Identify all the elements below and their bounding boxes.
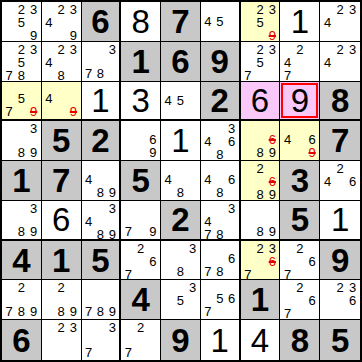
candidates: 2789 <box>3 281 40 318</box>
entered-digit: 6 <box>251 84 269 117</box>
candidates: 267 <box>122 242 159 279</box>
given-digit: 3 <box>291 164 309 197</box>
candidate-2: 2 <box>294 242 306 255</box>
entered-digit: 1 <box>211 324 229 357</box>
entered-digit: 1 <box>331 203 349 236</box>
eliminated-candidate-9: 9 <box>67 105 79 118</box>
candidates: 689 <box>242 122 279 159</box>
cell-r8c7[interactable]: 1 <box>241 280 281 320</box>
cell-r9c2[interactable]: 23 <box>42 320 82 360</box>
candidate-9: 9 <box>28 29 40 42</box>
candidate-2: 2 <box>334 281 347 294</box>
cell-r7c8[interactable]: 267 <box>280 241 320 281</box>
cell-r7c6[interactable]: 678 <box>201 241 241 281</box>
candidate-2: 2 <box>55 281 67 294</box>
cell-r9c9[interactable]: 5 <box>320 320 360 360</box>
cell-r5c6[interactable]: 468 <box>201 161 241 201</box>
cell-r3c4[interactable]: 3 <box>121 82 161 122</box>
candidates: 37 <box>83 321 119 359</box>
cell-r1c6[interactable]: 45 <box>201 2 241 42</box>
candidate-7: 7 <box>83 305 95 318</box>
candidate-8: 8 <box>94 228 106 241</box>
cell-r7c5[interactable]: 38 <box>161 241 201 281</box>
candidates: 35 <box>162 281 199 318</box>
candidate-2: 2 <box>254 242 266 255</box>
candidates: 2348 <box>43 43 80 80</box>
cell-r2c1[interactable]: 23578 <box>2 42 42 82</box>
candidates: 678 <box>202 242 238 279</box>
candidate-3: 3 <box>346 43 359 56</box>
eliminated-candidate-9: 9 <box>266 29 278 42</box>
candidate-2: 2 <box>55 3 67 16</box>
candidate-2: 2 <box>334 43 347 56</box>
candidate-7: 7 <box>3 305 15 318</box>
candidate-8: 8 <box>254 188 266 201</box>
candidates: 27 <box>122 321 159 359</box>
entered-digit: 3 <box>132 84 150 117</box>
cell-r9c1[interactable]: 6 <box>2 320 42 360</box>
cell-r3c9[interactable]: 8 <box>320 82 360 122</box>
candidates: 23 <box>43 321 80 359</box>
candidate-7: 7 <box>202 265 214 278</box>
candidate-8: 8 <box>174 186 186 199</box>
candidate-3: 3 <box>266 3 278 16</box>
candidate-5: 5 <box>174 294 186 307</box>
candidate-3: 3 <box>106 321 118 334</box>
candidate-9: 9 <box>28 225 40 238</box>
candidates: 789 <box>83 281 119 318</box>
given-digit: 6 <box>171 45 189 78</box>
candidate-3: 3 <box>67 321 79 334</box>
candidate-2: 2 <box>254 43 266 56</box>
candidate-3: 3 <box>266 43 278 56</box>
entered-digit: 6 <box>52 203 70 236</box>
candidate-9: 9 <box>106 228 118 241</box>
cell-r8c9[interactable]: 236 <box>320 280 360 320</box>
cell-r9c4[interactable]: 27 <box>121 320 161 360</box>
candidate-5: 5 <box>254 56 266 69</box>
candidate-4: 4 <box>83 173 95 186</box>
candidate-6: 6 <box>306 255 318 268</box>
candidate-3: 3 <box>28 43 40 56</box>
candidate-4: 4 <box>281 133 293 146</box>
candidates: 89 <box>242 202 279 238</box>
candidate-4: 4 <box>43 56 55 69</box>
candidate-2: 2 <box>55 43 67 56</box>
candidates: 289 <box>43 281 80 318</box>
candidate-7: 7 <box>242 268 254 281</box>
given-digit: 5 <box>91 244 109 277</box>
candidate-8: 8 <box>254 146 266 159</box>
candidate-7: 7 <box>281 307 293 320</box>
candidate-6: 6 <box>346 294 359 307</box>
candidates: 567 <box>202 281 238 318</box>
cell-r3c1[interactable]: 579 <box>2 82 42 122</box>
cell-r4c8[interactable]: 469 <box>280 121 320 161</box>
cell-r3c5[interactable]: 45 <box>161 82 201 122</box>
candidates: 389 <box>3 122 40 159</box>
candidate-8: 8 <box>15 146 27 159</box>
given-digit: 6 <box>12 324 30 357</box>
candidates: 247 <box>281 43 318 80</box>
candidates: 579 <box>3 83 40 119</box>
given-digit: 9 <box>171 324 189 357</box>
cell-r4c6[interactable]: 3468 <box>201 121 241 161</box>
candidates: 45 <box>162 83 199 119</box>
candidate-9: 9 <box>147 146 159 159</box>
candidate-6: 6 <box>226 292 238 305</box>
cell-r5c7[interactable]: 2689 <box>241 161 281 201</box>
cell-r8c6[interactable]: 567 <box>201 280 241 320</box>
candidates: 2367 <box>242 242 279 279</box>
cell-r3c2[interactable]: 49 <box>42 82 82 122</box>
cell-r8c3[interactable]: 789 <box>82 280 122 320</box>
candidate-8: 8 <box>55 305 67 318</box>
candidate-2: 2 <box>334 162 347 175</box>
cell-r6c6[interactable]: 3478 <box>201 201 241 241</box>
cell-r7c3[interactable]: 5 <box>82 241 122 281</box>
cell-r6c9[interactable]: 1 <box>320 201 360 241</box>
candidate-5: 5 <box>15 56 27 69</box>
candidate-5: 5 <box>174 94 186 107</box>
cell-r2c6[interactable]: 9 <box>201 42 241 82</box>
candidate-5: 5 <box>214 15 226 28</box>
candidate-4: 4 <box>43 16 55 29</box>
given-digit: 7 <box>52 164 70 197</box>
candidate-8: 8 <box>94 186 106 199</box>
candidates: 236 <box>321 281 359 318</box>
cell-r7c1[interactable]: 4 <box>2 241 42 281</box>
cell-r3c8[interactable]: 9 <box>280 82 320 122</box>
cell-r5c8[interactable]: 3 <box>280 161 320 201</box>
cell-r9c5[interactable]: 9 <box>161 320 201 360</box>
candidate-7: 7 <box>122 346 134 359</box>
cell-r7c2[interactable]: 1 <box>42 241 82 281</box>
candidate-3: 3 <box>187 242 199 255</box>
candidate-9: 9 <box>266 146 278 159</box>
candidate-8: 8 <box>254 225 266 238</box>
candidate-4: 4 <box>162 94 174 107</box>
candidate-8: 8 <box>174 265 186 278</box>
candidate-7: 7 <box>83 67 95 80</box>
cell-r4c5[interactable]: 1 <box>161 121 201 161</box>
candidate-3: 3 <box>28 122 40 135</box>
cell-r1c3[interactable]: 6 <box>82 2 122 42</box>
given-digit: 2 <box>171 203 189 236</box>
cell-r9c7[interactable]: 4 <box>241 320 281 360</box>
candidate-2: 2 <box>15 281 27 294</box>
cell-r2c4[interactable]: 1 <box>121 42 161 82</box>
given-digit: 2 <box>91 124 109 157</box>
cell-r8c2[interactable]: 289 <box>42 280 82 320</box>
candidate-6: 6 <box>226 135 238 148</box>
candidates: 234 <box>321 3 359 40</box>
candidate-2: 2 <box>294 281 306 294</box>
given-digit: 1 <box>12 164 30 197</box>
given-digit: 7 <box>331 124 349 157</box>
candidate-5: 5 <box>15 92 27 105</box>
eliminated-candidate-9: 9 <box>28 105 40 118</box>
cell-r5c2[interactable]: 7 <box>42 161 82 201</box>
candidate-3: 3 <box>266 242 278 255</box>
cell-r8c5[interactable]: 35 <box>161 280 201 320</box>
entered-digit: 1 <box>91 84 109 117</box>
candidate-9: 9 <box>28 305 40 318</box>
candidate-7: 7 <box>202 228 214 241</box>
cell-r4c9[interactable]: 7 <box>320 121 360 161</box>
candidate-4: 4 <box>321 175 334 188</box>
given-digit: 2 <box>211 84 229 117</box>
cell-r3c6[interactable]: 2 <box>201 82 241 122</box>
cell-r6c2[interactable]: 6 <box>42 201 82 241</box>
cell-r1c2[interactable]: 2349 <box>42 2 82 42</box>
cell-r4c3[interactable]: 2 <box>82 121 122 161</box>
given-digit: 9 <box>331 244 349 277</box>
candidates: 3468 <box>202 122 238 159</box>
cell-r2c5[interactable]: 6 <box>161 42 201 82</box>
candidate-8: 8 <box>94 67 106 80</box>
cell-r2c7[interactable]: 2357 <box>241 42 281 82</box>
candidate-7: 7 <box>122 225 134 238</box>
given-digit: 1 <box>52 244 70 277</box>
given-digit: 1 <box>132 45 150 78</box>
candidate-7: 7 <box>83 346 95 359</box>
candidate-7: 7 <box>202 305 214 318</box>
candidate-7: 7 <box>122 268 134 281</box>
candidate-3: 3 <box>28 202 40 215</box>
cell-r9c3[interactable]: 37 <box>82 320 122 360</box>
cell-r7c9[interactable]: 9 <box>320 241 360 281</box>
candidates: 2689 <box>242 162 279 199</box>
candidate-7: 7 <box>3 105 15 118</box>
cell-r3c7[interactable]: 6 <box>241 82 281 122</box>
cell-r4c4[interactable]: 69 <box>121 121 161 161</box>
candidate-9: 9 <box>266 225 278 238</box>
candidate-9: 9 <box>28 146 40 159</box>
candidate-3: 3 <box>346 3 359 16</box>
candidate-5: 5 <box>15 16 27 29</box>
given-digit: 4 <box>132 283 150 316</box>
given-digit: 5 <box>291 203 309 236</box>
candidate-2: 2 <box>294 43 306 56</box>
candidate-4: 4 <box>202 173 214 186</box>
candidate-8: 8 <box>15 69 27 82</box>
cell-r5c5[interactable]: 48 <box>161 161 201 201</box>
candidate-6: 6 <box>226 252 238 265</box>
candidates: 45 <box>202 3 238 40</box>
given-digit: 5 <box>331 324 349 357</box>
candidate-8: 8 <box>214 228 226 241</box>
eliminated-candidate-9: 9 <box>306 146 318 159</box>
candidates: 2359 <box>3 3 40 40</box>
candidates: 267 <box>281 242 318 279</box>
candidates: 468 <box>202 162 238 199</box>
cell-r9c6[interactable]: 1 <box>201 320 241 360</box>
candidate-4: 4 <box>162 173 174 186</box>
candidate-3: 3 <box>106 202 118 215</box>
candidate-3: 3 <box>106 43 118 56</box>
candidates: 23578 <box>3 43 40 80</box>
given-digit: 9 <box>211 45 229 78</box>
candidate-2: 2 <box>254 162 266 175</box>
candidate-4: 4 <box>202 135 214 148</box>
cell-r4c2[interactable]: 5 <box>42 121 82 161</box>
cell-r5c9[interactable]: 246 <box>320 161 360 201</box>
entered-digit: 1 <box>171 124 189 157</box>
candidate-9: 9 <box>106 186 118 199</box>
given-digit: 4 <box>12 244 30 277</box>
cell-r5c1[interactable]: 1 <box>2 161 42 201</box>
given-digit: 8 <box>331 84 349 117</box>
candidate-8: 8 <box>55 69 67 82</box>
cell-r6c5[interactable]: 2 <box>161 201 201 241</box>
cell-r6c1[interactable]: 389 <box>2 201 42 241</box>
candidates: 267 <box>281 281 318 318</box>
candidate-4: 4 <box>202 15 214 28</box>
given-digit: 7 <box>171 5 189 38</box>
cell-r8c4[interactable]: 4 <box>121 280 161 320</box>
candidate-3: 3 <box>28 3 40 16</box>
candidates: 389 <box>3 202 40 238</box>
cell-r1c1[interactable]: 2359 <box>2 2 42 42</box>
candidates: 3478 <box>202 202 238 238</box>
cell-r4c7[interactable]: 689 <box>241 121 281 161</box>
cell-r5c3[interactable]: 489 <box>82 161 122 201</box>
candidate-8: 8 <box>15 305 27 318</box>
candidate-6: 6 <box>346 175 359 188</box>
candidate-6: 6 <box>147 255 159 268</box>
candidates: 49 <box>43 83 80 119</box>
cell-r6c8[interactable]: 5 <box>280 201 320 241</box>
candidate-8: 8 <box>94 305 106 318</box>
entered-digit: 8 <box>132 5 150 38</box>
candidate-9: 9 <box>147 225 159 238</box>
given-digit: 5 <box>52 124 70 157</box>
candidate-6: 6 <box>306 294 318 307</box>
given-digit: 6 <box>91 5 109 38</box>
candidate-3: 3 <box>226 202 238 215</box>
candidates: 79 <box>122 202 159 238</box>
cell-r5c4[interactable]: 5 <box>121 161 161 201</box>
candidate-5: 5 <box>254 16 266 29</box>
cell-r1c9[interactable]: 234 <box>320 2 360 42</box>
candidate-3: 3 <box>67 3 79 16</box>
cell-r1c7[interactable]: 2359 <box>241 2 281 42</box>
candidate-2: 2 <box>135 242 147 255</box>
cell-r9c8[interactable]: 8 <box>280 320 320 360</box>
entered-digit: 1 <box>291 5 309 38</box>
cell-r8c1[interactable]: 2789 <box>2 280 42 320</box>
candidates: 3489 <box>83 202 119 238</box>
eliminated-candidate-6: 6 <box>266 255 278 268</box>
candidates: 489 <box>83 162 119 199</box>
candidates: 2349 <box>43 3 80 40</box>
entered-digit: 4 <box>251 324 269 357</box>
candidate-7: 7 <box>281 69 293 82</box>
candidates: 469 <box>281 122 318 159</box>
candidate-2: 2 <box>135 321 147 334</box>
cell-r6c3[interactable]: 3489 <box>82 201 122 241</box>
candidate-5: 5 <box>214 292 226 305</box>
candidate-4: 4 <box>43 92 55 105</box>
candidate-9: 9 <box>266 188 278 201</box>
given-digit: 5 <box>132 164 150 197</box>
candidate-8: 8 <box>214 265 226 278</box>
cell-r2c2[interactable]: 2348 <box>42 42 82 82</box>
cell-r2c8[interactable]: 247 <box>280 42 320 82</box>
sudoku-board: 2359234968745235912342357823483781692357… <box>0 0 362 362</box>
cell-r3c3[interactable]: 1 <box>82 82 122 122</box>
candidate-9: 9 <box>67 305 79 318</box>
cell-r1c8[interactable]: 1 <box>280 2 320 42</box>
candidate-8: 8 <box>214 186 226 199</box>
candidate-3: 3 <box>67 43 79 56</box>
candidate-6: 6 <box>226 173 238 186</box>
candidate-8: 8 <box>214 148 226 161</box>
candidate-8: 8 <box>15 225 27 238</box>
candidate-7: 7 <box>242 69 254 82</box>
entered-digit: 9 <box>291 84 309 117</box>
candidate-7: 7 <box>281 268 293 281</box>
candidate-4: 4 <box>83 215 95 228</box>
candidates: 48 <box>162 162 199 199</box>
candidate-4: 4 <box>321 56 334 69</box>
cell-r4c1[interactable]: 389 <box>2 121 42 161</box>
given-digit: 1 <box>251 283 269 316</box>
cell-r2c3[interactable]: 378 <box>82 42 122 82</box>
given-digit: 8 <box>291 324 309 357</box>
candidate-2: 2 <box>334 3 347 16</box>
cell-r7c4[interactable]: 267 <box>121 241 161 281</box>
cell-r1c4[interactable]: 8 <box>121 2 161 42</box>
candidate-7: 7 <box>3 69 15 82</box>
cell-r1c5[interactable]: 7 <box>161 2 201 42</box>
candidate-2: 2 <box>15 43 27 56</box>
candidate-4: 4 <box>321 16 334 29</box>
candidate-9: 9 <box>106 305 118 318</box>
candidates: 2359 <box>242 3 279 40</box>
candidate-4: 4 <box>202 215 214 228</box>
candidates: 378 <box>83 43 119 80</box>
cell-r6c4[interactable]: 79 <box>121 201 161 241</box>
cell-r2c9[interactable]: 234 <box>320 42 360 82</box>
candidates: 2357 <box>242 43 279 80</box>
candidates: 38 <box>162 242 199 279</box>
candidate-4: 4 <box>281 56 293 69</box>
cell-r6c7[interactable]: 89 <box>241 201 281 241</box>
candidates: 69 <box>122 122 159 159</box>
candidate-2: 2 <box>55 321 67 334</box>
candidates: 234 <box>321 43 359 80</box>
candidate-3: 3 <box>187 281 199 294</box>
candidate-9: 9 <box>67 29 79 42</box>
candidates: 246 <box>321 162 359 199</box>
cell-r8c8[interactable]: 267 <box>280 280 320 320</box>
cell-r7c7[interactable]: 2367 <box>241 241 281 281</box>
